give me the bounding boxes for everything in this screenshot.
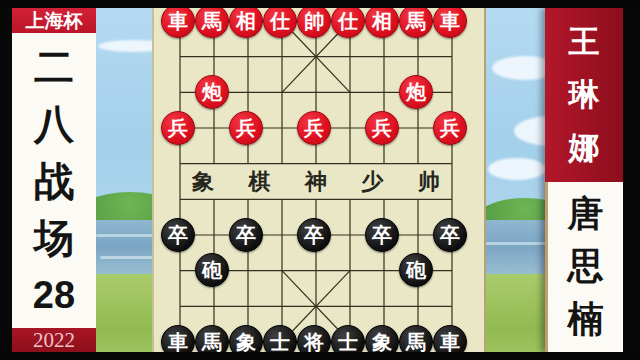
piece-black-p[interactable]: 卒 [161, 218, 195, 252]
player-bottom-char: 唐 [568, 190, 604, 239]
piece-red-c[interactable]: 炮 [399, 75, 433, 109]
event-series-panel: 二 八 战 场 28 [12, 33, 96, 328]
series-char: 八 [34, 105, 74, 145]
player-name-bottom: 唐 思 楠 [545, 182, 623, 352]
event-year-text: 2022 [33, 328, 75, 353]
piece-red-n[interactable]: 馬 [195, 4, 229, 38]
piece-red-p[interactable]: 兵 [365, 111, 399, 145]
player-top-char: 娜 [569, 127, 600, 169]
piece-red-p[interactable]: 兵 [229, 111, 263, 145]
event-year: 2022 [12, 328, 96, 352]
piece-black-c[interactable]: 砲 [399, 253, 433, 287]
piece-red-k[interactable]: 帥 [297, 4, 331, 38]
piece-red-n[interactable]: 馬 [399, 4, 433, 38]
piece-grid: 車馬相仕帥仕相馬車炮炮兵兵兵兵兵卒卒卒卒卒砲砲車馬象士将士象馬車 [161, 3, 467, 360]
piece-black-p[interactable]: 卒 [229, 218, 263, 252]
piece-red-p[interactable]: 兵 [161, 111, 195, 145]
player-top-char: 王 [569, 21, 600, 63]
piece-black-p[interactable]: 卒 [297, 218, 331, 252]
video-frame: 象 棋 神 少 帅 車馬相仕帥仕相馬車炮炮兵兵兵兵兵卒卒卒卒卒砲砲車馬象士将士象… [0, 0, 640, 360]
black-edge-left [0, 0, 12, 360]
piece-red-c[interactable]: 炮 [195, 75, 229, 109]
player-name-top: 王 琳 娜 [545, 8, 623, 182]
player-bottom-char: 思 [568, 242, 604, 291]
piece-red-p[interactable]: 兵 [433, 111, 467, 145]
letterbox-bottom [0, 352, 640, 360]
piece-black-c[interactable]: 砲 [195, 253, 229, 287]
piece-black-p[interactable]: 卒 [365, 218, 399, 252]
right-players-panel: 王 琳 娜 唐 思 楠 [545, 8, 623, 352]
piece-red-b[interactable]: 相 [365, 4, 399, 38]
piece-red-p[interactable]: 兵 [297, 111, 331, 145]
piece-red-r[interactable]: 車 [161, 4, 195, 38]
black-edge-right [623, 0, 640, 360]
event-cup-title: 上海杯 [12, 8, 96, 33]
series-char: 二 [34, 48, 74, 88]
piece-red-r[interactable]: 車 [433, 4, 467, 38]
series-char: 场 [34, 219, 74, 259]
piece-red-a[interactable]: 仕 [331, 4, 365, 38]
event-cup-text: 上海杯 [26, 8, 83, 34]
cloud [488, 158, 546, 180]
episode-number: 28 [33, 276, 75, 314]
piece-black-p[interactable]: 卒 [433, 218, 467, 252]
player-bottom-char: 楠 [568, 295, 604, 344]
left-info-panel: 上海杯 二 八 战 场 28 2022 [12, 8, 96, 352]
piece-red-a[interactable]: 仕 [263, 4, 297, 38]
player-top-char: 琳 [569, 74, 600, 116]
piece-red-b[interactable]: 相 [229, 4, 263, 38]
letterbox-top [0, 0, 640, 8]
series-char: 战 [34, 162, 74, 202]
